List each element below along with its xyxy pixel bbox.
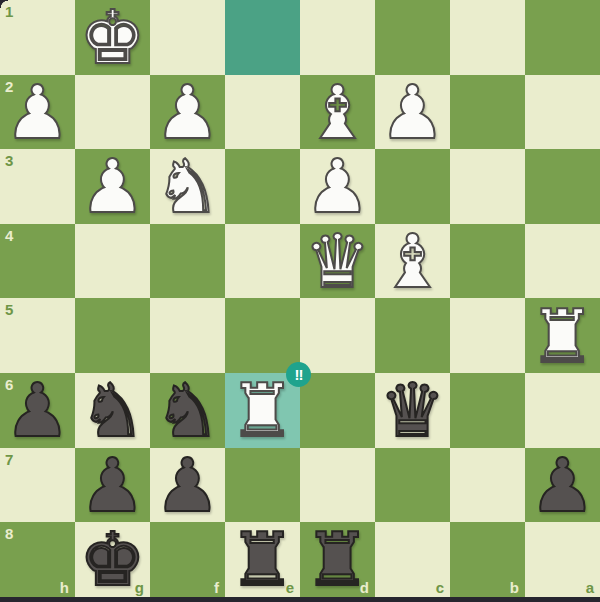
square-d5[interactable]	[300, 298, 375, 373]
square-f4[interactable]	[150, 224, 225, 299]
square-g2[interactable]	[75, 75, 150, 150]
square-g3[interactable]: ♟	[75, 149, 150, 224]
square-b8[interactable]: b	[450, 522, 525, 597]
square-d2[interactable]: ♝	[300, 75, 375, 150]
piece-bP-a7[interactable]: ♟	[529, 448, 595, 522]
square-h3[interactable]: 3	[0, 149, 75, 224]
square-e5[interactable]	[225, 298, 300, 373]
square-a7[interactable]: ♟	[525, 448, 600, 523]
piece-wP-f2[interactable]: ♟	[154, 75, 220, 149]
square-c5[interactable]	[375, 298, 450, 373]
square-a6[interactable]	[525, 373, 600, 448]
square-c2[interactable]: ♟	[375, 75, 450, 150]
square-d4[interactable]: ♛	[300, 224, 375, 299]
file-label-h: h	[60, 579, 69, 596]
square-a3[interactable]	[525, 149, 600, 224]
chess-board: 1♚2♟♟♝♟3♟♞♟4♛♝5♜6♟♞♞♜!!♛7♟♟♟8h♚gf♜e♜dcba	[0, 0, 600, 597]
square-f2[interactable]: ♟	[150, 75, 225, 150]
file-label-c: c	[436, 579, 444, 596]
file-label-e: e	[286, 579, 294, 596]
rank-label-4: 4	[5, 227, 13, 244]
square-e2[interactable]	[225, 75, 300, 150]
file-label-d: d	[360, 579, 369, 596]
square-g7[interactable]: ♟	[75, 448, 150, 523]
file-label-g: g	[135, 579, 144, 596]
square-b4[interactable]	[450, 224, 525, 299]
square-b2[interactable]	[450, 75, 525, 150]
square-b1[interactable]	[450, 0, 525, 75]
square-g1[interactable]: ♚	[75, 0, 150, 75]
square-c3[interactable]	[375, 149, 450, 224]
square-e4[interactable]	[225, 224, 300, 299]
piece-bP-h6[interactable]: ♟	[4, 373, 70, 447]
square-e7[interactable]	[225, 448, 300, 523]
rank-label-7: 7	[5, 451, 13, 468]
square-h8[interactable]: 8h	[0, 522, 75, 597]
square-a2[interactable]	[525, 75, 600, 150]
square-f8[interactable]: f	[150, 522, 225, 597]
square-g4[interactable]	[75, 224, 150, 299]
piece-bP-f7[interactable]: ♟	[154, 448, 220, 522]
square-d1[interactable]	[300, 0, 375, 75]
square-c8[interactable]: c	[375, 522, 450, 597]
brilliant-move-badge: !!	[286, 362, 311, 387]
square-b5[interactable]	[450, 298, 525, 373]
square-a1[interactable]	[525, 0, 600, 75]
square-f1[interactable]	[150, 0, 225, 75]
square-c6[interactable]: ♛	[375, 373, 450, 448]
file-label-a: a	[586, 579, 594, 596]
square-h6[interactable]: 6♟	[0, 373, 75, 448]
file-label-f: f	[214, 579, 219, 596]
square-h5[interactable]: 5	[0, 298, 75, 373]
square-b7[interactable]	[450, 448, 525, 523]
square-f7[interactable]: ♟	[150, 448, 225, 523]
piece-wP-c2[interactable]: ♟	[379, 75, 445, 149]
piece-wR-e6[interactable]: ♜	[229, 373, 295, 447]
rank-label-5: 5	[5, 301, 13, 318]
square-a5[interactable]: ♜	[525, 298, 600, 373]
square-d8[interactable]: ♜d	[300, 522, 375, 597]
square-e6[interactable]: ♜!!	[225, 373, 300, 448]
piece-bQ-c6[interactable]: ♛	[379, 373, 445, 447]
square-g6[interactable]: ♞	[75, 373, 150, 448]
file-label-b: b	[510, 579, 519, 596]
square-e3[interactable]	[225, 149, 300, 224]
rank-label-3: 3	[5, 152, 13, 169]
piece-wB-c4[interactable]: ♝	[379, 224, 445, 298]
piece-wN-f3[interactable]: ♞	[154, 149, 220, 223]
piece-wP-d3[interactable]: ♟	[304, 149, 370, 223]
square-d6[interactable]	[300, 373, 375, 448]
piece-wP-g3[interactable]: ♟	[79, 149, 145, 223]
square-f5[interactable]	[150, 298, 225, 373]
square-a4[interactable]	[525, 224, 600, 299]
square-h7[interactable]: 7	[0, 448, 75, 523]
rank-label-1: 1	[5, 3, 13, 20]
piece-wQ-d4[interactable]: ♛	[304, 224, 370, 298]
piece-bN-f6[interactable]: ♞	[154, 373, 220, 447]
square-g8[interactable]: ♚g	[75, 522, 150, 597]
square-b3[interactable]	[450, 149, 525, 224]
square-f3[interactable]: ♞	[150, 149, 225, 224]
piece-wP-h2[interactable]: ♟	[4, 75, 70, 149]
square-b6[interactable]	[450, 373, 525, 448]
square-d3[interactable]: ♟	[300, 149, 375, 224]
piece-bP-g7[interactable]: ♟	[79, 448, 145, 522]
square-e1[interactable]	[225, 0, 300, 75]
square-f6[interactable]: ♞	[150, 373, 225, 448]
square-d7[interactable]	[300, 448, 375, 523]
piece-wK-g1[interactable]: ♚	[79, 0, 145, 74]
square-h1[interactable]: 1	[0, 0, 75, 75]
chess-board-window: 1♚2♟♟♝♟3♟♞♟4♛♝5♜6♟♞♞♜!!♛7♟♟♟8h♚gf♜e♜dcba	[0, 0, 600, 602]
square-a8[interactable]: a	[525, 522, 600, 597]
square-g5[interactable]	[75, 298, 150, 373]
square-e8[interactable]: ♜e	[225, 522, 300, 597]
square-h4[interactable]: 4	[0, 224, 75, 299]
piece-wB-d2[interactable]: ♝	[304, 75, 370, 149]
piece-bN-g6[interactable]: ♞	[79, 373, 145, 447]
square-c4[interactable]: ♝	[375, 224, 450, 299]
square-c7[interactable]	[375, 448, 450, 523]
square-c1[interactable]	[375, 0, 450, 75]
rank-label-8: 8	[5, 525, 13, 542]
square-h2[interactable]: 2♟	[0, 75, 75, 150]
piece-wR-a5[interactable]: ♜	[529, 299, 595, 373]
